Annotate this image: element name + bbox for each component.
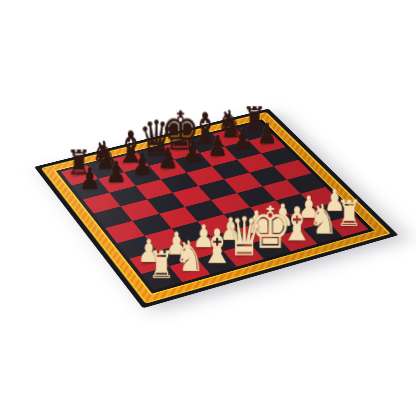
black-pawn-icon: ♟ [80,164,101,194]
black-pawn-icon: ♟ [182,138,203,167]
black-pawn-icon: ♟ [132,151,153,180]
chess-set-photo: ♜♞♝♛♚♝♞♜♟♟♟♟♟♟♟♟♟♟♟♟♟♟♟♟♜♞♝♛♚♝♞♜ [0,0,416,416]
black-pawn-icon: ♟ [232,126,253,155]
white-bishop-icon: ♝ [200,223,234,270]
black-pawn-icon: ♟ [208,132,229,161]
white-knight-icon: ♞ [174,235,204,277]
black-pawn-icon: ♟ [106,157,127,187]
pieces-layer: ♜♞♝♛♚♝♞♜♟♟♟♟♟♟♟♟♟♟♟♟♟♟♟♟♜♞♝♛♚♝♞♜ [61,122,369,290]
black-pawn-icon: ♟ [157,145,178,174]
black-pawn-icon: ♟ [257,120,277,149]
white-rook-icon: ♜ [148,247,175,284]
white-rook-icon: ♜ [336,196,362,232]
board-scene: ♜♞♝♛♚♝♞♜♟♟♟♟♟♟♟♟♟♟♟♟♟♟♟♟♜♞♝♛♚♝♞♜ [0,0,416,416]
chess-board: ♜♞♝♛♚♝♞♜♟♟♟♟♟♟♟♟♟♟♟♟♟♟♟♟♜♞♝♛♚♝♞♜ [34,109,398,309]
